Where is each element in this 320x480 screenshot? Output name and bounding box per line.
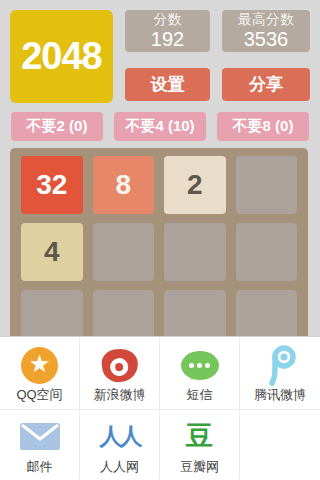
tile-r2c1-4: 4 (21, 223, 83, 281)
share-item-qzone[interactable]: ★ QQ空间 (0, 337, 80, 410)
tile-r2c2-empty (93, 223, 155, 281)
tile-r1c1-32: 32 (21, 156, 83, 214)
score-box: 分数 192 (125, 10, 210, 52)
share-item-label: 腾讯微博 (254, 388, 306, 401)
share-item-sms[interactable]: 短信 (160, 337, 240, 410)
ban-4-button[interactable]: 不要4 (10) (114, 112, 206, 141)
best-score-label: 最高分数 (238, 11, 294, 27)
share-item-renren[interactable]: 人人 人人网 (80, 410, 160, 479)
share-item-label: 新浪微博 (94, 388, 146, 401)
settings-button[interactable]: 设置 (125, 68, 210, 101)
share-sheet: ★ QQ空间 新浪微博 短信 腾讯微博 邮件 人人 人人网 (0, 336, 320, 480)
tile-r2c3-empty (164, 223, 226, 281)
share-item-label: 人人网 (100, 460, 139, 473)
score-value: 192 (151, 28, 184, 51)
tile-r1c2-8: 8 (93, 156, 155, 214)
tile-r2c4-empty (236, 223, 298, 281)
share-item-label: 邮件 (27, 460, 53, 473)
sms-bubble-icon (181, 351, 219, 380)
share-button[interactable]: 分享 (222, 68, 310, 101)
share-item-label: QQ空间 (16, 388, 62, 401)
best-score-box: 最高分数 3536 (222, 10, 310, 52)
share-item-mail[interactable]: 邮件 (0, 410, 80, 479)
share-item-sina-weibo[interactable]: 新浪微博 (80, 337, 160, 410)
douban-icon: 豆 (186, 423, 213, 450)
mail-envelope-icon (20, 417, 60, 457)
ban-buttons-row: 不要2 (0) 不要4 (10) 不要8 (0) (0, 112, 320, 141)
share-item-tencent-weibo[interactable]: 腾讯微博 (240, 337, 320, 410)
sina-weibo-eye-icon (100, 347, 139, 384)
score-label: 分数 (154, 11, 182, 27)
ban-2-button[interactable]: 不要2 (0) (11, 112, 103, 141)
tile-r1c4-empty (236, 156, 298, 214)
game-logo-2048: 2048 (10, 10, 113, 103)
share-item-douban[interactable]: 豆 豆瓣网 (160, 410, 240, 479)
qzone-star-icon: ★ (21, 347, 58, 384)
share-item-label: 短信 (187, 388, 213, 401)
ban-8-button[interactable]: 不要8 (0) (217, 112, 309, 141)
best-score-value: 3536 (244, 28, 289, 51)
renren-icon: 人人 (100, 425, 140, 448)
tencent-weibo-p-icon (263, 345, 297, 385)
share-item-label: 豆瓣网 (180, 460, 219, 473)
share-item-empty-slot (240, 410, 320, 479)
tile-r1c3-2: 2 (164, 156, 226, 214)
